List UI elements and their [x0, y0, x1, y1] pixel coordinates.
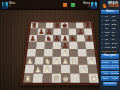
- square-e5[interactable]: ♟: [61, 42, 69, 49]
- moves-header: Moves: [101, 10, 119, 14]
- status-indicator-green: [71, 3, 75, 7]
- square-f4[interactable]: [69, 49, 78, 57]
- white-pawn[interactable]: ♟: [61, 49, 70, 56]
- square-d4[interactable]: [52, 49, 61, 57]
- square-h6[interactable]: ♟: [85, 35, 94, 42]
- square-c2[interactable]: ♟: [43, 65, 52, 74]
- square-d1[interactable]: ♛: [52, 73, 61, 82]
- black-rook[interactable]: ♜: [84, 22, 92, 29]
- square-f6[interactable]: ♞: [69, 35, 77, 42]
- square-g7[interactable]: ♟: [76, 29, 84, 35]
- square-c3[interactable]: ♞: [43, 57, 52, 65]
- white-pawn[interactable]: ♟: [52, 57, 61, 65]
- left-player-score: 0: [9, 5, 10, 8]
- black-king[interactable]: ♚: [61, 22, 69, 29]
- move-now-button[interactable]: Move now: [110, 65, 119, 70]
- square-e8[interactable]: ♚: [61, 23, 69, 29]
- top-bar: Max 0 Bora 0: [0, 0, 99, 10]
- takeback-button[interactable]: Takeback: [110, 71, 119, 76]
- black-knight[interactable]: ♞: [69, 35, 77, 42]
- moves-list: 1e4e52Nf3Nc63Bc4Bc54d3Nf65Nc3d66a3a67h3h…: [101, 15, 119, 53]
- square-e6[interactable]: ♟: [61, 35, 69, 42]
- white-pawn[interactable]: ♟: [43, 66, 52, 74]
- square-c5[interactable]: [44, 42, 53, 49]
- white-pawn[interactable]: ♟: [26, 57, 35, 65]
- white-pawn[interactable]: ♟: [34, 66, 43, 74]
- square-h4[interactable]: [86, 49, 95, 57]
- app-logo: ♞ BRAIN CHESS: [101, 1, 119, 10]
- square-d6[interactable]: ♟: [53, 35, 61, 42]
- move-row-10: 10Bxe6fxe6: [101, 49, 119, 53]
- square-h3[interactable]: ♟: [87, 57, 97, 65]
- white-king[interactable]: ♚: [61, 75, 70, 83]
- square-b5[interactable]: [36, 42, 45, 49]
- white-knight[interactable]: ♞: [70, 57, 79, 65]
- black-pawn[interactable]: ♟: [61, 35, 69, 42]
- square-a3[interactable]: ♟: [26, 57, 36, 65]
- white-queen[interactable]: ♛: [52, 75, 61, 83]
- flip-board-button[interactable]: Flip board: [101, 65, 110, 70]
- black-move[interactable]: fxe6: [112, 50, 119, 53]
- save-button[interactable]: Save: [101, 76, 110, 81]
- black-pawn[interactable]: ♟: [53, 35, 61, 42]
- sidebar: ♞ BRAIN CHESS Moves 1e4e52Nf3Nc63Bc4Bc54…: [99, 0, 120, 90]
- new-game-button[interactable]: New game: [101, 54, 119, 59]
- chess-board: ♜♛♚♜♟♟♟♟♞♟♟♞♟♟♟♟♞♟♟♞♟♟♟♟♜♛♚♜: [20, 21, 101, 85]
- white-move[interactable]: Bxe6: [105, 50, 112, 53]
- logo-line2: CHESS: [108, 5, 119, 8]
- play-area: Max 0 Bora 0 ♜♛♚♜♟♟♟♟♞♟♟♞♟♟♟♟♞♟♟♞♟♟♟♟♜♛♚…: [0, 0, 99, 90]
- hint-button[interactable]: Hint: [101, 71, 110, 76]
- left-player-avatar: [2, 2, 8, 9]
- black-pawn[interactable]: ♟: [29, 35, 37, 42]
- square-g4[interactable]: [78, 49, 87, 57]
- load-button[interactable]: Load: [110, 76, 119, 81]
- square-h2[interactable]: [88, 65, 98, 74]
- right-player-score: 0: [79, 5, 90, 8]
- white-pawn[interactable]: ♟: [79, 66, 88, 74]
- square-h1[interactable]: ♜: [88, 73, 98, 82]
- board-grid: ♜♛♚♜♟♟♟♟♞♟♟♞♟♟♟♟♞♟♟♞♟♟♟♟♜♛♚♜: [23, 23, 99, 83]
- square-d2[interactable]: [52, 65, 61, 74]
- square-c4[interactable]: [44, 49, 53, 57]
- exit-game-button[interactable]: Exit game: [103, 82, 117, 87]
- square-g3[interactable]: [78, 57, 87, 65]
- black-pawn[interactable]: ♟: [85, 35, 93, 42]
- square-c1[interactable]: [42, 73, 52, 82]
- square-d3[interactable]: ♟: [52, 57, 61, 65]
- white-pawn[interactable]: ♟: [88, 57, 97, 65]
- square-a6[interactable]: ♟: [29, 35, 38, 42]
- square-f3[interactable]: ♞: [70, 57, 79, 65]
- white-pawn[interactable]: ♟: [61, 57, 70, 65]
- square-e3[interactable]: ♟: [61, 57, 70, 65]
- board-stage: ♜♛♚♜♟♟♟♟♞♟♟♞♟♟♟♟♞♟♟♞♟♟♟♟♜♛♚♜: [23, 13, 99, 89]
- logo-text: BRAIN CHESS: [108, 2, 119, 8]
- square-d5[interactable]: [53, 42, 61, 49]
- black-pawn[interactable]: ♟: [77, 28, 85, 35]
- white-knight[interactable]: ♞: [43, 57, 52, 65]
- square-c6[interactable]: ♞: [45, 35, 53, 42]
- square-a1[interactable]: ♜: [23, 73, 33, 82]
- square-g2[interactable]: ♟: [79, 65, 89, 74]
- white-rook[interactable]: ♜: [89, 75, 98, 83]
- black-queen[interactable]: ♛: [53, 22, 61, 29]
- status-indicator-orange: [63, 3, 67, 7]
- knight-icon: ♞: [102, 2, 108, 9]
- square-e1[interactable]: ♚: [61, 73, 70, 82]
- resign-button[interactable]: Resign: [101, 60, 110, 65]
- draw-button[interactable]: Draw: [110, 60, 119, 65]
- game-buttons: ResignDrawFlip boardMove nowHintTakeback…: [101, 60, 119, 80]
- square-e2[interactable]: [61, 65, 70, 74]
- right-player-avatar: [91, 2, 97, 9]
- black-knight[interactable]: ♞: [45, 35, 53, 42]
- square-h5[interactable]: [85, 42, 94, 49]
- square-d8[interactable]: ♛: [53, 23, 61, 29]
- square-e4[interactable]: ♟: [61, 49, 70, 57]
- square-f1[interactable]: [70, 73, 80, 82]
- black-pawn[interactable]: ♟: [61, 42, 69, 49]
- square-g1[interactable]: [79, 73, 89, 82]
- white-rook[interactable]: ♜: [23, 75, 32, 83]
